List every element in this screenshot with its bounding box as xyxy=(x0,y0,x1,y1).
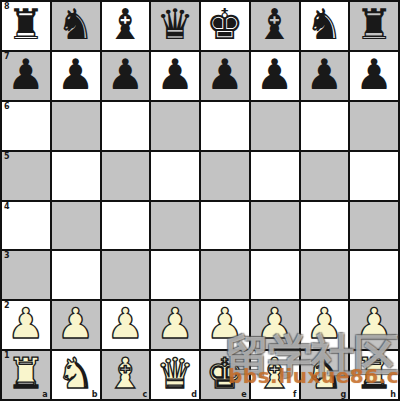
square-b8[interactable]: ♞ xyxy=(52,2,100,50)
white-pawn[interactable]: ♟ xyxy=(156,303,194,345)
rank-label-6: 6 xyxy=(4,102,10,112)
white-pawn[interactable]: ♟ xyxy=(206,303,244,345)
black-bishop[interactable]: ♝ xyxy=(256,4,294,46)
square-d2[interactable]: ♟ xyxy=(151,301,199,349)
white-pawn[interactable]: ♟ xyxy=(7,303,45,345)
rank-label-5: 5 xyxy=(4,152,10,162)
square-h8[interactable]: ♜ xyxy=(350,2,398,50)
square-a3[interactable]: 3 xyxy=(2,251,50,299)
square-f8[interactable]: ♝ xyxy=(251,2,299,50)
square-f4[interactable] xyxy=(251,202,299,250)
white-pawn[interactable]: ♟ xyxy=(355,303,393,345)
white-knight[interactable]: ♞ xyxy=(306,353,344,395)
square-b5[interactable] xyxy=(52,152,100,200)
square-h3[interactable] xyxy=(350,251,398,299)
square-g8[interactable]: ♞ xyxy=(301,2,349,50)
rank-label-4: 4 xyxy=(4,202,10,212)
square-e5[interactable] xyxy=(201,152,249,200)
square-g5[interactable] xyxy=(301,152,349,200)
square-d7[interactable]: ♟ xyxy=(151,52,199,100)
black-king[interactable]: ♚ xyxy=(206,4,244,46)
square-h1[interactable]: h♜ xyxy=(350,351,398,399)
square-h5[interactable] xyxy=(350,152,398,200)
black-pawn[interactable]: ♟ xyxy=(156,54,194,96)
square-d3[interactable] xyxy=(151,251,199,299)
square-f1[interactable]: f♝ xyxy=(251,351,299,399)
black-pawn[interactable]: ♟ xyxy=(107,54,145,96)
square-e8[interactable]: ♚ xyxy=(201,2,249,50)
square-b6[interactable] xyxy=(52,102,100,150)
square-c8[interactable]: ♝ xyxy=(102,2,150,50)
square-b7[interactable]: ♟ xyxy=(52,52,100,100)
square-a7[interactable]: 7♟ xyxy=(2,52,50,100)
square-g6[interactable] xyxy=(301,102,349,150)
white-queen[interactable]: ♛ xyxy=(156,353,194,395)
black-pawn[interactable]: ♟ xyxy=(256,54,294,96)
white-pawn[interactable]: ♟ xyxy=(57,303,95,345)
white-pawn[interactable]: ♟ xyxy=(256,303,294,345)
square-a4[interactable]: 4 xyxy=(2,202,50,250)
square-e3[interactable] xyxy=(201,251,249,299)
square-a6[interactable]: 6 xyxy=(2,102,50,150)
square-b3[interactable] xyxy=(52,251,100,299)
square-d8[interactable]: ♛ xyxy=(151,2,199,50)
square-d5[interactable] xyxy=(151,152,199,200)
white-rook[interactable]: ♜ xyxy=(7,353,45,395)
square-g4[interactable] xyxy=(301,202,349,250)
black-pawn[interactable]: ♟ xyxy=(206,54,244,96)
square-g3[interactable] xyxy=(301,251,349,299)
square-f3[interactable] xyxy=(251,251,299,299)
square-d1[interactable]: d♛ xyxy=(151,351,199,399)
black-knight[interactable]: ♞ xyxy=(306,4,344,46)
chessboard-diagram: 8♜♞♝♛♚♝♞♜7♟♟♟♟♟♟♟♟65432♟♟♟♟♟♟♟♟1a♜b♞c♝d♛… xyxy=(0,0,400,401)
square-a8[interactable]: 8♜ xyxy=(2,2,50,50)
square-f7[interactable]: ♟ xyxy=(251,52,299,100)
square-a5[interactable]: 5 xyxy=(2,152,50,200)
white-pawn[interactable]: ♟ xyxy=(306,303,344,345)
square-d4[interactable] xyxy=(151,202,199,250)
chess-board: 8♜♞♝♛♚♝♞♜7♟♟♟♟♟♟♟♟65432♟♟♟♟♟♟♟♟1a♜b♞c♝d♛… xyxy=(0,0,400,401)
square-h7[interactable]: ♟ xyxy=(350,52,398,100)
rank-label-3: 3 xyxy=(4,251,10,261)
white-bishop[interactable]: ♝ xyxy=(107,353,145,395)
white-rook[interactable]: ♜ xyxy=(355,353,393,395)
square-c7[interactable]: ♟ xyxy=(102,52,150,100)
square-d6[interactable] xyxy=(151,102,199,150)
black-pawn[interactable]: ♟ xyxy=(306,54,344,96)
square-e6[interactable] xyxy=(201,102,249,150)
square-f6[interactable] xyxy=(251,102,299,150)
black-rook[interactable]: ♜ xyxy=(355,4,393,46)
white-knight[interactable]: ♞ xyxy=(57,353,95,395)
square-c4[interactable] xyxy=(102,202,150,250)
black-bishop[interactable]: ♝ xyxy=(107,4,145,46)
square-c5[interactable] xyxy=(102,152,150,200)
square-e7[interactable]: ♟ xyxy=(201,52,249,100)
square-b2[interactable]: ♟ xyxy=(52,301,100,349)
square-g2[interactable]: ♟ xyxy=(301,301,349,349)
file-label-f: f xyxy=(293,390,296,399)
square-g1[interactable]: g♞ xyxy=(301,351,349,399)
black-rook[interactable]: ♜ xyxy=(7,4,45,46)
black-knight[interactable]: ♞ xyxy=(57,4,95,46)
black-pawn[interactable]: ♟ xyxy=(7,54,45,96)
black-queen[interactable]: ♛ xyxy=(156,4,194,46)
square-h2[interactable]: ♟ xyxy=(350,301,398,349)
square-a2[interactable]: 2♟ xyxy=(2,301,50,349)
white-pawn[interactable]: ♟ xyxy=(107,303,145,345)
white-bishop[interactable]: ♝ xyxy=(256,353,294,395)
square-f5[interactable] xyxy=(251,152,299,200)
square-b4[interactable] xyxy=(52,202,100,250)
square-f2[interactable]: ♟ xyxy=(251,301,299,349)
square-c1[interactable]: c♝ xyxy=(102,351,150,399)
square-c6[interactable] xyxy=(102,102,150,150)
square-a1[interactable]: 1a♜ xyxy=(2,351,50,399)
square-g7[interactable]: ♟ xyxy=(301,52,349,100)
square-e4[interactable] xyxy=(201,202,249,250)
white-king[interactable]: ♚ xyxy=(206,353,244,395)
square-b1[interactable]: b♞ xyxy=(52,351,100,399)
square-c2[interactable]: ♟ xyxy=(102,301,150,349)
black-pawn[interactable]: ♟ xyxy=(57,54,95,96)
square-h4[interactable] xyxy=(350,202,398,250)
square-e1[interactable]: e♚ xyxy=(201,351,249,399)
black-pawn[interactable]: ♟ xyxy=(355,54,393,96)
square-h6[interactable] xyxy=(350,102,398,150)
square-e2[interactable]: ♟ xyxy=(201,301,249,349)
square-c3[interactable] xyxy=(102,251,150,299)
